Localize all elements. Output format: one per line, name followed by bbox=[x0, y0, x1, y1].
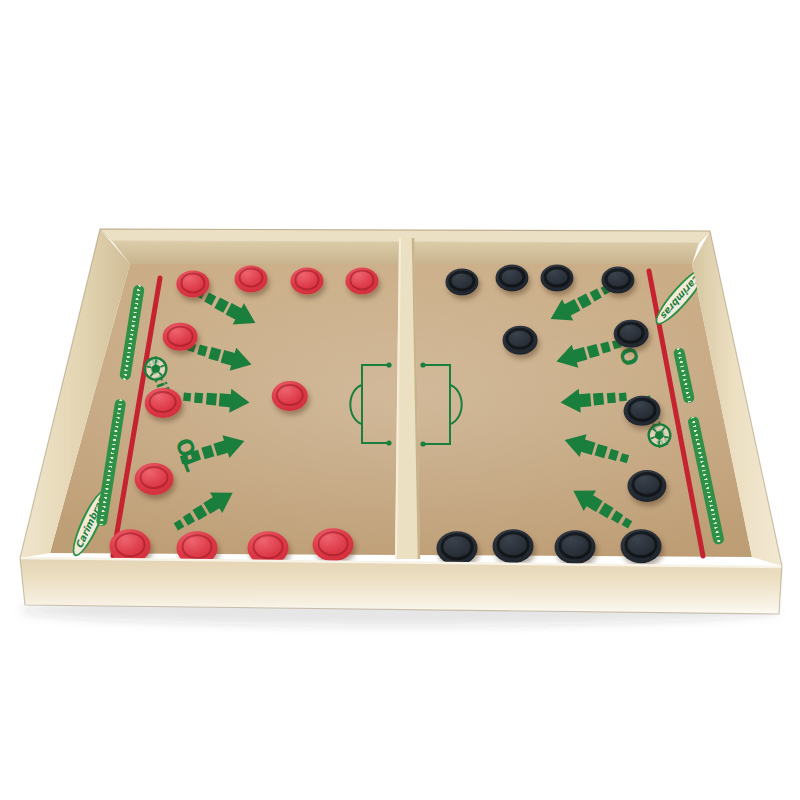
sling-puck-game-photo: Estilin OL Estilin bbox=[0, 0, 800, 800]
right-wall bbox=[692, 231, 782, 566]
box-walls-layer bbox=[0, 0, 800, 800]
left-wall bbox=[20, 229, 130, 558]
box-outline bbox=[20, 229, 782, 614]
